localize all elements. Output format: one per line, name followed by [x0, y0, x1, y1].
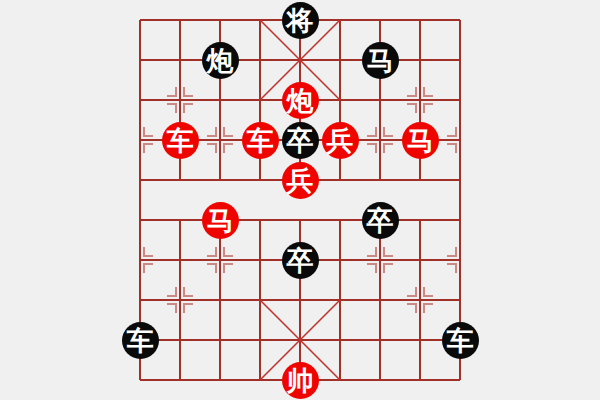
xiangqi-diagram: 将炮马炮车车卒兵马兵马卒卒车车帅: [0, 0, 600, 400]
piece-red-horse[interactable]: 马: [402, 122, 439, 159]
piece-black-cannon[interactable]: 炮: [202, 42, 239, 79]
piece-black-pawn[interactable]: 卒: [362, 202, 399, 239]
piece-red-horse[interactable]: 马: [202, 202, 239, 239]
piece-black-horse[interactable]: 马: [362, 42, 399, 79]
piece-black-pawn[interactable]: 卒: [282, 122, 319, 159]
piece-black-chariot[interactable]: 车: [442, 322, 479, 359]
piece-black-general[interactable]: 将: [282, 2, 319, 39]
piece-red-general[interactable]: 帅: [282, 362, 319, 399]
piece-red-cannon[interactable]: 炮: [282, 82, 319, 119]
piece-red-chariot[interactable]: 车: [242, 122, 279, 159]
piece-red-pawn[interactable]: 兵: [322, 122, 359, 159]
piece-red-pawn[interactable]: 兵: [282, 162, 319, 199]
piece-black-pawn[interactable]: 卒: [282, 242, 319, 279]
piece-black-chariot[interactable]: 车: [122, 322, 159, 359]
piece-red-chariot[interactable]: 车: [162, 122, 199, 159]
piece-grid: 将炮马炮车车卒兵马兵马卒卒车车帅: [120, 0, 480, 400]
